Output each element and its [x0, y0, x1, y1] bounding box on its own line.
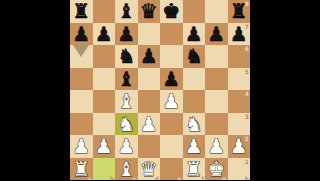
square-b3[interactable]	[93, 113, 116, 136]
square-f7[interactable]: ♟	[183, 23, 206, 46]
square-e7[interactable]	[160, 23, 183, 46]
square-a1[interactable]: ♜a	[70, 158, 93, 181]
square-c6[interactable]: ♞	[115, 45, 138, 68]
square-g5[interactable]	[205, 68, 228, 91]
piece-black-queen[interactable]: ♛	[138, 0, 161, 23]
square-h7[interactable]: ♟7	[228, 23, 251, 46]
square-g6[interactable]	[205, 45, 228, 68]
piece-black-king[interactable]: ♚	[160, 0, 183, 23]
square-b2[interactable]: ♟	[93, 135, 116, 158]
square-c3[interactable]: ♞	[115, 113, 138, 136]
rank-label-4: 4	[245, 91, 249, 97]
piece-white-rook[interactable]: ♜	[183, 158, 206, 181]
piece-white-pawn[interactable]: ♟	[115, 135, 138, 158]
square-b1[interactable]: b	[93, 158, 116, 181]
piece-black-pawn[interactable]: ♟	[115, 23, 138, 46]
square-f5[interactable]	[183, 68, 206, 91]
piece-black-rook[interactable]: ♜	[70, 0, 93, 23]
square-a3[interactable]	[70, 113, 93, 136]
square-b4[interactable]	[93, 90, 116, 113]
square-h1[interactable]: 1h	[228, 158, 251, 181]
square-g4[interactable]	[205, 90, 228, 113]
square-c7[interactable]: ♟	[115, 23, 138, 46]
file-label-b: b	[110, 176, 114, 180]
square-e4[interactable]: ♟	[160, 90, 183, 113]
square-a7[interactable]: ♟	[70, 23, 93, 46]
square-a6[interactable]	[70, 45, 93, 68]
piece-white-bishop[interactable]: ♝	[115, 158, 138, 181]
square-d6[interactable]: ♟	[138, 45, 161, 68]
file-label-h: h	[245, 176, 249, 180]
piece-white-queen[interactable]: ♛	[138, 158, 161, 181]
piece-white-bishop[interactable]: ♝	[115, 90, 138, 113]
square-f1[interactable]: ♜f	[183, 158, 206, 181]
square-h3[interactable]: 3	[228, 113, 251, 136]
piece-black-pawn[interactable]: ♟	[205, 23, 228, 46]
square-f4[interactable]	[183, 90, 206, 113]
piece-black-pawn[interactable]: ♟	[70, 23, 93, 46]
piece-white-pawn[interactable]: ♟	[70, 135, 93, 158]
square-d8[interactable]: ♛	[138, 0, 161, 23]
piece-white-pawn[interactable]: ♟	[228, 135, 251, 158]
square-c2[interactable]: ♟	[115, 135, 138, 158]
piece-white-king[interactable]: ♚	[205, 158, 228, 181]
rank-label-6: 6	[245, 46, 249, 52]
square-g8[interactable]	[205, 0, 228, 23]
square-h6[interactable]: 6	[228, 45, 251, 68]
square-b7[interactable]: ♟	[93, 23, 116, 46]
square-c8[interactable]: ♝	[115, 0, 138, 23]
square-b8[interactable]	[93, 0, 116, 23]
rank-label-1: 1	[245, 159, 249, 165]
piece-black-pawn[interactable]: ♟	[183, 23, 206, 46]
square-c4[interactable]: ♝	[115, 90, 138, 113]
square-d5[interactable]	[138, 68, 161, 91]
square-d7[interactable]	[138, 23, 161, 46]
square-f8[interactable]	[183, 0, 206, 23]
square-f3[interactable]: ♞	[183, 113, 206, 136]
square-g7[interactable]: ♟	[205, 23, 228, 46]
piece-white-rook[interactable]: ♜	[70, 158, 93, 181]
piece-white-knight[interactable]: ♞	[183, 113, 206, 136]
piece-black-pawn[interactable]: ♟	[138, 45, 161, 68]
square-h2[interactable]: ♟2	[228, 135, 251, 158]
square-e2[interactable]	[160, 135, 183, 158]
square-g2[interactable]: ♟	[205, 135, 228, 158]
square-g3[interactable]	[205, 113, 228, 136]
square-a2[interactable]: ♟	[70, 135, 93, 158]
piece-black-bishop[interactable]: ♝	[115, 0, 138, 23]
square-c5[interactable]: ♝	[115, 68, 138, 91]
square-c1[interactable]: ♝c	[115, 158, 138, 181]
square-h4[interactable]: 4	[228, 90, 251, 113]
rank-label-5: 5	[245, 69, 249, 75]
square-g1[interactable]: ♚g	[205, 158, 228, 181]
piece-white-knight[interactable]: ♞	[115, 113, 138, 136]
letterboxed-video-frame: ♜♝♛♚♜8♟♟♟♟♟♟7♞♟♞6♝♟5♝♟4♞♟♞3♟♟♟♟♟♟2♜ab♝c♛…	[0, 0, 320, 180]
square-a8[interactable]: ♜	[70, 0, 93, 23]
piece-black-bishop[interactable]: ♝	[115, 68, 138, 91]
square-b6[interactable]	[93, 45, 116, 68]
piece-white-pawn[interactable]: ♟	[138, 113, 161, 136]
piece-white-pawn[interactable]: ♟	[205, 135, 228, 158]
piece-white-pawn[interactable]: ♟	[160, 90, 183, 113]
piece-black-knight[interactable]: ♞	[115, 45, 138, 68]
square-f2[interactable]: ♟	[183, 135, 206, 158]
piece-black-rook[interactable]: ♜	[228, 0, 251, 23]
piece-black-pawn[interactable]: ♟	[228, 23, 251, 46]
square-d3[interactable]: ♟	[138, 113, 161, 136]
square-d4[interactable]	[138, 90, 161, 113]
square-f6[interactable]: ♞	[183, 45, 206, 68]
piece-black-pawn[interactable]: ♟	[160, 68, 183, 91]
piece-black-knight[interactable]: ♞	[183, 45, 206, 68]
square-e3[interactable]	[160, 113, 183, 136]
square-b5[interactable]	[93, 68, 116, 91]
ghost-arrowhead-annotation	[73, 45, 89, 57]
square-e5[interactable]: ♟	[160, 68, 183, 91]
file-label-e: e	[177, 176, 181, 180]
square-d1[interactable]: ♛d	[138, 158, 161, 181]
square-e1[interactable]: e	[160, 158, 183, 181]
piece-white-pawn[interactable]: ♟	[93, 135, 116, 158]
square-h5[interactable]: 5	[228, 68, 251, 91]
square-e8[interactable]: ♚	[160, 0, 183, 23]
square-h8[interactable]: ♜8	[228, 0, 251, 23]
chess-board: ♜♝♛♚♜8♟♟♟♟♟♟7♞♟♞6♝♟5♝♟4♞♟♞3♟♟♟♟♟♟2♜ab♝c♛…	[70, 0, 250, 180]
piece-black-pawn[interactable]: ♟	[93, 23, 116, 46]
square-e6[interactable]	[160, 45, 183, 68]
piece-white-pawn[interactable]: ♟	[183, 135, 206, 158]
square-a4[interactable]	[70, 90, 93, 113]
square-a5[interactable]	[70, 68, 93, 91]
rank-label-3: 3	[245, 114, 249, 120]
square-d2[interactable]	[138, 135, 161, 158]
